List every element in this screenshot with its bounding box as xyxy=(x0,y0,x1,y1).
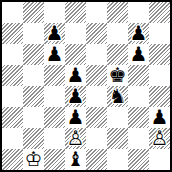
square-e1[interactable] xyxy=(86,149,107,170)
piece-black-pawn-h3: ♟ xyxy=(151,107,169,128)
square-g1[interactable] xyxy=(128,149,149,170)
square-e2[interactable] xyxy=(86,128,107,149)
square-g4[interactable] xyxy=(128,86,149,107)
square-c4[interactable] xyxy=(44,86,65,107)
square-f3[interactable] xyxy=(107,107,128,128)
piece-black-pawn-d5: ♟ xyxy=(67,65,85,86)
square-a5[interactable] xyxy=(2,65,23,86)
square-d5[interactable]: ♟ xyxy=(65,65,86,86)
piece-black-pawn-c6: ♟ xyxy=(46,44,64,65)
piece-black-pawn-d4: ♟ xyxy=(67,86,85,107)
piece-black-pawn-d3: ♟ xyxy=(67,107,85,128)
piece-black-pawn-g7: ♟ xyxy=(130,23,148,44)
square-c6[interactable]: ♟ xyxy=(44,44,65,65)
piece-white-pawn-h2: ♙ xyxy=(151,128,169,149)
square-a8[interactable] xyxy=(2,2,23,23)
square-c2[interactable] xyxy=(44,128,65,149)
square-h5[interactable] xyxy=(149,65,170,86)
square-h8[interactable] xyxy=(149,2,170,23)
square-d6[interactable] xyxy=(65,44,86,65)
square-a4[interactable] xyxy=(2,86,23,107)
square-e3[interactable] xyxy=(86,107,107,128)
square-d7[interactable] xyxy=(65,23,86,44)
square-f6[interactable] xyxy=(107,44,128,65)
square-f4[interactable]: ♞ xyxy=(107,86,128,107)
square-f7[interactable] xyxy=(107,23,128,44)
square-b2[interactable] xyxy=(23,128,44,149)
square-e6[interactable] xyxy=(86,44,107,65)
square-b3[interactable] xyxy=(23,107,44,128)
square-f8[interactable] xyxy=(107,2,128,23)
square-f2[interactable] xyxy=(107,128,128,149)
square-a3[interactable] xyxy=(2,107,23,128)
square-c8[interactable] xyxy=(44,2,65,23)
square-e7[interactable] xyxy=(86,23,107,44)
square-d3[interactable]: ♟ xyxy=(65,107,86,128)
piece-white-king-b1: ♔ xyxy=(25,149,43,170)
square-c1[interactable] xyxy=(44,149,65,170)
piece-black-bishop-d1: ♝ xyxy=(67,149,85,170)
square-d4[interactable]: ♟ xyxy=(65,86,86,107)
square-b5[interactable] xyxy=(23,65,44,86)
square-b4[interactable] xyxy=(23,86,44,107)
square-g6[interactable]: ♟ xyxy=(128,44,149,65)
piece-black-pawn-c7: ♟ xyxy=(46,23,64,44)
square-a2[interactable] xyxy=(2,128,23,149)
square-e8[interactable] xyxy=(86,2,107,23)
square-c5[interactable] xyxy=(44,65,65,86)
square-a1[interactable] xyxy=(2,149,23,170)
square-g8[interactable] xyxy=(128,2,149,23)
square-b6[interactable] xyxy=(23,44,44,65)
square-h7[interactable] xyxy=(149,23,170,44)
piece-black-king-f5: ♚ xyxy=(109,65,127,86)
square-g7[interactable]: ♟ xyxy=(128,23,149,44)
chess-board: ♟♟♟♟♟♚♟♞♟♟♙♙♔♝ xyxy=(2,2,170,170)
piece-black-knight-f4: ♞ xyxy=(109,86,127,107)
square-g5[interactable] xyxy=(128,65,149,86)
square-e4[interactable] xyxy=(86,86,107,107)
square-h3[interactable]: ♟ xyxy=(149,107,170,128)
square-a7[interactable] xyxy=(2,23,23,44)
square-f5[interactable]: ♚ xyxy=(107,65,128,86)
square-b8[interactable] xyxy=(23,2,44,23)
square-g2[interactable] xyxy=(128,128,149,149)
square-c7[interactable]: ♟ xyxy=(44,23,65,44)
square-d2[interactable]: ♙ xyxy=(65,128,86,149)
square-h4[interactable] xyxy=(149,86,170,107)
square-h6[interactable] xyxy=(149,44,170,65)
square-c3[interactable] xyxy=(44,107,65,128)
chess-board-frame: ♟♟♟♟♟♚♟♞♟♟♙♙♔♝ xyxy=(0,0,172,172)
square-e5[interactable] xyxy=(86,65,107,86)
square-a6[interactable] xyxy=(2,44,23,65)
piece-white-pawn-d2: ♙ xyxy=(67,128,85,149)
square-b1[interactable]: ♔ xyxy=(23,149,44,170)
square-d1[interactable]: ♝ xyxy=(65,149,86,170)
square-f1[interactable] xyxy=(107,149,128,170)
square-b7[interactable] xyxy=(23,23,44,44)
square-d8[interactable] xyxy=(65,2,86,23)
square-g3[interactable] xyxy=(128,107,149,128)
square-h1[interactable] xyxy=(149,149,170,170)
square-h2[interactable]: ♙ xyxy=(149,128,170,149)
piece-black-pawn-g6: ♟ xyxy=(130,44,148,65)
